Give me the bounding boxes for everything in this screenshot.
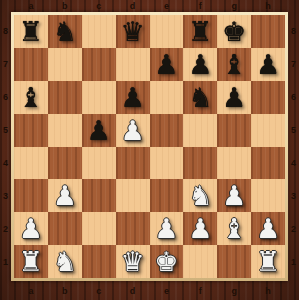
white-knight-f3[interactable]: ♞ — [188, 182, 212, 209]
square-b2[interactable] — [48, 212, 82, 245]
file-label-bottom-a: a — [14, 286, 48, 296]
board-grid: ♜♞♛♜♚♟♟♝♟♝♟♞♟♟♟♟♞♟♟♟♟♝♟♜♞♛♚♜ — [14, 15, 285, 278]
file-label-top-h: h — [251, 1, 285, 11]
square-h8[interactable] — [251, 15, 285, 48]
rank-label-right-3: 3 — [288, 179, 299, 212]
square-d4[interactable] — [116, 147, 150, 180]
square-f2[interactable]: ♟ — [183, 212, 217, 245]
rank-labels-left: 87654321 — [0, 15, 11, 278]
square-f1[interactable] — [183, 245, 217, 278]
rank-label-left-7: 7 — [0, 48, 11, 81]
file-label-top-b: b — [48, 1, 82, 11]
square-a8[interactable]: ♜ — [14, 15, 48, 48]
square-f7[interactable]: ♟ — [183, 48, 217, 81]
black-rook-a8[interactable]: ♜ — [19, 18, 43, 45]
square-g8[interactable]: ♚ — [217, 15, 251, 48]
square-c8[interactable] — [82, 15, 116, 48]
rank-label-right-8: 8 — [288, 15, 299, 48]
square-e6[interactable] — [150, 81, 184, 114]
square-e4[interactable] — [150, 147, 184, 180]
black-pawn-c5[interactable]: ♟ — [87, 117, 111, 144]
square-c5[interactable]: ♟ — [82, 114, 116, 147]
square-g1[interactable] — [217, 245, 251, 278]
square-d6[interactable]: ♟ — [116, 81, 150, 114]
black-pawn-g6[interactable]: ♟ — [222, 84, 246, 111]
square-g2[interactable]: ♝ — [217, 212, 251, 245]
file-label-bottom-b: b — [48, 286, 82, 296]
square-b8[interactable]: ♞ — [48, 15, 82, 48]
file-label-top-d: d — [116, 1, 150, 11]
square-h6[interactable] — [251, 81, 285, 114]
file-label-bottom-d: d — [116, 286, 150, 296]
square-f8[interactable]: ♜ — [183, 15, 217, 48]
square-c3[interactable] — [82, 179, 116, 212]
rank-label-left-1: 1 — [0, 245, 11, 278]
square-d3[interactable] — [116, 179, 150, 212]
file-label-top-c: c — [82, 1, 116, 11]
white-pawn-e2[interactable]: ♟ — [154, 215, 178, 242]
file-label-bottom-g: g — [217, 286, 251, 296]
rank-label-left-6: 6 — [0, 81, 11, 114]
white-queen-d1[interactable]: ♛ — [120, 248, 144, 275]
white-rook-h1[interactable]: ♜ — [256, 248, 280, 275]
square-b7[interactable] — [48, 48, 82, 81]
rank-label-left-3: 3 — [0, 179, 11, 212]
black-pawn-d6[interactable]: ♟ — [120, 84, 144, 111]
file-labels-bottom: abcdefgh — [14, 281, 285, 300]
black-king-g8[interactable]: ♚ — [222, 18, 246, 45]
rank-label-right-7: 7 — [288, 48, 299, 81]
white-pawn-f2[interactable]: ♟ — [188, 215, 212, 242]
square-e3[interactable] — [150, 179, 184, 212]
square-d7[interactable] — [116, 48, 150, 81]
square-a1[interactable]: ♜ — [14, 245, 48, 278]
file-label-top-g: g — [217, 1, 251, 11]
square-e1[interactable]: ♚ — [150, 245, 184, 278]
black-pawn-h7[interactable]: ♟ — [256, 51, 280, 78]
square-f4[interactable] — [183, 147, 217, 180]
square-d5[interactable]: ♟ — [116, 114, 150, 147]
rank-labels-right: 87654321 — [288, 15, 299, 278]
rank-label-right-6: 6 — [288, 81, 299, 114]
white-pawn-h2[interactable]: ♟ — [256, 215, 280, 242]
rank-label-right-1: 1 — [288, 245, 299, 278]
white-pawn-d5[interactable]: ♟ — [120, 117, 144, 144]
file-label-top-a: a — [14, 1, 48, 11]
square-e2[interactable]: ♟ — [150, 212, 184, 245]
square-c6[interactable] — [82, 81, 116, 114]
square-h3[interactable] — [251, 179, 285, 212]
black-bishop-g7[interactable]: ♝ — [222, 51, 246, 78]
square-b3[interactable]: ♟ — [48, 179, 82, 212]
square-a6[interactable]: ♝ — [14, 81, 48, 114]
square-c1[interactable] — [82, 245, 116, 278]
white-pawn-a2[interactable]: ♟ — [19, 215, 43, 242]
rank-label-right-4: 4 — [288, 147, 299, 180]
file-label-top-e: e — [150, 1, 184, 11]
square-h2[interactable]: ♟ — [251, 212, 285, 245]
square-e7[interactable]: ♟ — [150, 48, 184, 81]
rank-label-right-5: 5 — [288, 114, 299, 147]
black-knight-b8[interactable]: ♞ — [53, 18, 77, 45]
black-queen-d8[interactable]: ♛ — [120, 18, 144, 45]
file-label-bottom-h: h — [251, 286, 285, 296]
square-a7[interactable] — [14, 48, 48, 81]
square-c4[interactable] — [82, 147, 116, 180]
square-h7[interactable]: ♟ — [251, 48, 285, 81]
board-bevel: ♜♞♛♜♚♟♟♝♟♝♟♞♟♟♟♟♞♟♟♟♟♝♟♜♞♛♚♜ — [11, 12, 288, 281]
white-knight-b1[interactable]: ♞ — [53, 248, 77, 275]
square-e8[interactable] — [150, 15, 184, 48]
square-b1[interactable]: ♞ — [48, 245, 82, 278]
square-g4[interactable] — [217, 147, 251, 180]
black-bishop-a6[interactable]: ♝ — [19, 84, 43, 111]
square-d1[interactable]: ♛ — [116, 245, 150, 278]
white-rook-a1[interactable]: ♜ — [19, 248, 43, 275]
rank-label-left-4: 4 — [0, 147, 11, 180]
square-a4[interactable] — [14, 147, 48, 180]
square-a3[interactable] — [14, 179, 48, 212]
file-label-bottom-c: c — [82, 286, 116, 296]
white-pawn-g3[interactable]: ♟ — [222, 182, 246, 209]
white-king-e1[interactable]: ♚ — [154, 248, 178, 275]
white-pawn-b3[interactable]: ♟ — [53, 182, 77, 209]
file-label-bottom-e: e — [150, 286, 184, 296]
chess-board-frame: abcdefgh abcdefgh 87654321 87654321 ♜♞♛♜… — [0, 0, 299, 300]
square-g6[interactable]: ♟ — [217, 81, 251, 114]
square-f5[interactable] — [183, 114, 217, 147]
square-d2[interactable] — [116, 212, 150, 245]
square-f3[interactable]: ♞ — [183, 179, 217, 212]
square-e5[interactable] — [150, 114, 184, 147]
square-a5[interactable] — [14, 114, 48, 147]
black-pawn-e7[interactable]: ♟ — [154, 51, 178, 78]
square-b4[interactable] — [48, 147, 82, 180]
rank-label-right-2: 2 — [288, 212, 299, 245]
square-g7[interactable]: ♝ — [217, 48, 251, 81]
black-rook-f8[interactable]: ♜ — [188, 18, 212, 45]
file-labels-top: abcdefgh — [14, 0, 285, 12]
square-h5[interactable] — [251, 114, 285, 147]
black-knight-f6[interactable]: ♞ — [188, 84, 212, 111]
square-a2[interactable]: ♟ — [14, 212, 48, 245]
square-d8[interactable]: ♛ — [116, 15, 150, 48]
rank-label-left-5: 5 — [0, 114, 11, 147]
file-label-top-f: f — [183, 1, 217, 11]
square-f6[interactable]: ♞ — [183, 81, 217, 114]
black-pawn-f7[interactable]: ♟ — [188, 51, 212, 78]
white-bishop-g2[interactable]: ♝ — [222, 215, 246, 242]
square-h1[interactable]: ♜ — [251, 245, 285, 278]
square-g3[interactable]: ♟ — [217, 179, 251, 212]
file-label-bottom-f: f — [183, 286, 217, 296]
square-c7[interactable] — [82, 48, 116, 81]
rank-label-left-2: 2 — [0, 212, 11, 245]
square-c2[interactable] — [82, 212, 116, 245]
square-b6[interactable] — [48, 81, 82, 114]
square-h4[interactable] — [251, 147, 285, 180]
square-b5[interactable] — [48, 114, 82, 147]
rank-label-left-8: 8 — [0, 15, 11, 48]
square-g5[interactable] — [217, 114, 251, 147]
